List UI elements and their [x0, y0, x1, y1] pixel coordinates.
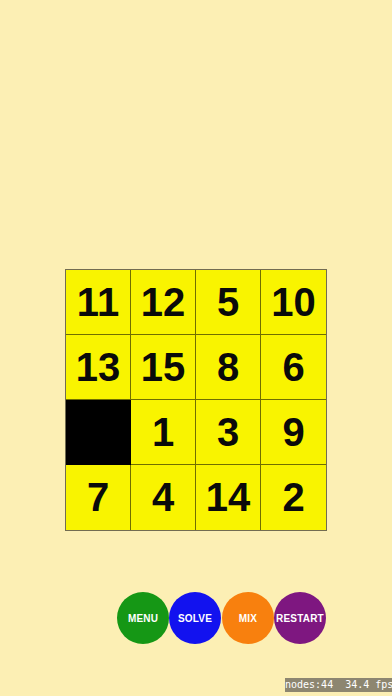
- restart-button[interactable]: RESTART: [274, 592, 326, 644]
- tile-r0c2[interactable]: 5: [196, 270, 261, 335]
- puzzle-board: 11 12 5 10 13 15 8 6 1 3 9 7 4 14 2: [65, 269, 327, 531]
- tile-r1c0[interactable]: 13: [66, 335, 131, 400]
- tile-r3c2[interactable]: 14: [196, 465, 261, 530]
- solve-button[interactable]: SOLVE: [169, 592, 221, 644]
- tile-r1c2[interactable]: 8: [196, 335, 261, 400]
- empty-cell: [66, 400, 131, 465]
- tile-r3c3[interactable]: 2: [261, 465, 326, 530]
- tile-r0c0[interactable]: 11: [66, 270, 131, 335]
- tile-r2c2[interactable]: 3: [196, 400, 261, 465]
- tile-r1c3[interactable]: 6: [261, 335, 326, 400]
- menu-button[interactable]: MENU: [117, 592, 169, 644]
- status-bar: nodes:44 34.4 fps: [285, 678, 392, 692]
- mix-button[interactable]: MIX: [222, 592, 274, 644]
- tile-r1c1[interactable]: 15: [131, 335, 196, 400]
- tile-r2c3[interactable]: 9: [261, 400, 326, 465]
- tile-r3c0[interactable]: 7: [66, 465, 131, 530]
- tile-r2c1[interactable]: 1: [131, 400, 196, 465]
- tile-r0c1[interactable]: 12: [131, 270, 196, 335]
- tile-r0c3[interactable]: 10: [261, 270, 326, 335]
- tile-r3c1[interactable]: 4: [131, 465, 196, 530]
